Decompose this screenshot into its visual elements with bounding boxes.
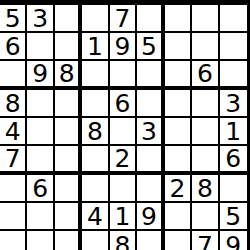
cell-r9c8[interactable]: 7 xyxy=(192,231,219,250)
cell-r7c1[interactable] xyxy=(0,175,27,203)
cell-r2c3[interactable] xyxy=(55,33,82,61)
cell-r6c4[interactable] xyxy=(82,146,109,175)
cell-r1c2[interactable]: 3 xyxy=(27,5,54,33)
cell-r2c1[interactable]: 6 xyxy=(0,33,27,61)
cell-r3c2[interactable]: 9 xyxy=(27,61,54,90)
cell-r4c4[interactable] xyxy=(82,90,109,118)
cell-r1c3[interactable] xyxy=(55,5,82,33)
cell-r1c7[interactable] xyxy=(165,5,192,33)
cell-r5c6[interactable]: 3 xyxy=(137,118,164,146)
cell-r6c7[interactable] xyxy=(165,146,192,175)
cell-r4c9[interactable]: 3 xyxy=(220,90,247,118)
cell-r5c1[interactable]: 4 xyxy=(0,118,27,146)
cell-r2c4[interactable]: 1 xyxy=(82,33,109,61)
cell-r2c7[interactable] xyxy=(165,33,192,61)
cell-r5c3[interactable] xyxy=(55,118,82,146)
cell-r3c5[interactable] xyxy=(110,61,137,90)
cell-r9c7[interactable] xyxy=(165,231,192,250)
cell-r5c5[interactable] xyxy=(110,118,137,146)
sudoku-board: 537619598686348317266284195879 xyxy=(0,0,250,250)
cell-r9c9[interactable]: 9 xyxy=(220,231,247,250)
cell-r1c9[interactable] xyxy=(220,5,247,33)
cell-r7c4[interactable] xyxy=(82,175,109,203)
cell-r9c3[interactable] xyxy=(55,231,82,250)
cell-r4c2[interactable] xyxy=(27,90,54,118)
cell-r9c5[interactable]: 8 xyxy=(110,231,137,250)
cell-r1c6[interactable] xyxy=(137,5,164,33)
cell-r7c6[interactable] xyxy=(137,175,164,203)
cell-r3c1[interactable] xyxy=(0,61,27,90)
cell-r4c5[interactable]: 6 xyxy=(110,90,137,118)
cell-r6c5[interactable]: 2 xyxy=(110,146,137,175)
cell-r7c5[interactable] xyxy=(110,175,137,203)
cell-r3c3[interactable]: 8 xyxy=(55,61,82,90)
cell-r3c6[interactable] xyxy=(137,61,164,90)
cell-r2c2[interactable] xyxy=(27,33,54,61)
cell-r2c8[interactable] xyxy=(192,33,219,61)
cell-r4c7[interactable] xyxy=(165,90,192,118)
cell-r2c9[interactable] xyxy=(220,33,247,61)
cell-r7c3[interactable] xyxy=(55,175,82,203)
cell-r2c6[interactable]: 5 xyxy=(137,33,164,61)
cell-r4c3[interactable] xyxy=(55,90,82,118)
cell-r8c8[interactable] xyxy=(192,203,219,231)
cell-r8c1[interactable] xyxy=(0,203,27,231)
cell-r9c4[interactable] xyxy=(82,231,109,250)
cell-r1c8[interactable] xyxy=(192,5,219,33)
cell-r8c7[interactable] xyxy=(165,203,192,231)
cell-r9c6[interactable] xyxy=(137,231,164,250)
cell-r3c9[interactable] xyxy=(220,61,247,90)
cell-r7c2[interactable]: 6 xyxy=(27,175,54,203)
cell-r5c9[interactable]: 1 xyxy=(220,118,247,146)
cell-r7c9[interactable] xyxy=(220,175,247,203)
cell-r8c2[interactable] xyxy=(27,203,54,231)
cell-r3c4[interactable] xyxy=(82,61,109,90)
cell-r7c7[interactable]: 2 xyxy=(165,175,192,203)
cell-r6c6[interactable] xyxy=(137,146,164,175)
cell-r6c9[interactable]: 6 xyxy=(220,146,247,175)
cell-r5c4[interactable]: 8 xyxy=(82,118,109,146)
cell-r2c5[interactable]: 9 xyxy=(110,33,137,61)
cell-r3c8[interactable]: 6 xyxy=(192,61,219,90)
cell-r8c5[interactable]: 1 xyxy=(110,203,137,231)
sudoku-screen: 537619598686348317266284195879 xyxy=(0,0,250,250)
cell-r7c8[interactable]: 8 xyxy=(192,175,219,203)
cell-r8c3[interactable] xyxy=(55,203,82,231)
cell-r9c2[interactable] xyxy=(27,231,54,250)
cell-r9c1[interactable] xyxy=(0,231,27,250)
cell-r5c7[interactable] xyxy=(165,118,192,146)
cell-r6c2[interactable] xyxy=(27,146,54,175)
cell-r6c8[interactable] xyxy=(192,146,219,175)
cell-r3c7[interactable] xyxy=(165,61,192,90)
cell-r1c5[interactable]: 7 xyxy=(110,5,137,33)
cell-r5c2[interactable] xyxy=(27,118,54,146)
cell-r8c9[interactable]: 5 xyxy=(220,203,247,231)
cell-r4c8[interactable] xyxy=(192,90,219,118)
cell-r6c1[interactable]: 7 xyxy=(0,146,27,175)
cell-r4c1[interactable]: 8 xyxy=(0,90,27,118)
cell-r8c6[interactable]: 9 xyxy=(137,203,164,231)
cell-r6c3[interactable] xyxy=(55,146,82,175)
cell-r5c8[interactable] xyxy=(192,118,219,146)
cell-r4c6[interactable] xyxy=(137,90,164,118)
cell-r8c4[interactable]: 4 xyxy=(82,203,109,231)
cell-r1c1[interactable]: 5 xyxy=(0,5,27,33)
cell-r1c4[interactable] xyxy=(82,5,109,33)
